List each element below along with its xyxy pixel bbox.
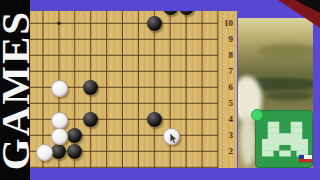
go-board[interactable]: 1098765432 [30, 10, 237, 168]
video-frame: GAMES 1098765432 [0, 0, 320, 180]
online-status-dot [251, 109, 263, 121]
row-label-9: 9 [210, 34, 233, 44]
black-stone-c8-r4[interactable] [147, 112, 162, 127]
row-label-10: 10 [210, 18, 233, 28]
painting-hill [258, 44, 313, 60]
mouse-cursor [169, 133, 179, 145]
row-label-4: 4 [210, 114, 233, 124]
black-stone-c4-r4[interactable] [83, 112, 98, 127]
black-stone-c3-r3[interactable] [67, 128, 82, 143]
row-label-6: 6 [210, 82, 233, 92]
black-stone-c8-r10[interactable] [147, 16, 162, 31]
bottom-frame-bar [30, 168, 320, 180]
row-label-7: 7 [210, 66, 233, 76]
row-label-3: 3 [210, 130, 233, 140]
row-label-2: 2 [210, 146, 233, 156]
games-banner: GAMES [0, 0, 30, 180]
painting-treeline-2 [266, 92, 312, 100]
white-stone-c1-r2[interactable] [36, 144, 53, 161]
row-label-8: 8 [210, 50, 233, 60]
space-invader-icon [262, 119, 308, 159]
painting-river [240, 114, 256, 166]
top-frame-bar [30, 0, 320, 11]
black-stone-c4-r6[interactable] [83, 80, 98, 95]
black-stone-c3-r2[interactable] [67, 144, 82, 159]
games-banner-text: GAMES [0, 0, 30, 180]
chile-flag-icon [299, 155, 312, 162]
star-point [57, 22, 61, 26]
row-label-5: 5 [210, 98, 233, 108]
